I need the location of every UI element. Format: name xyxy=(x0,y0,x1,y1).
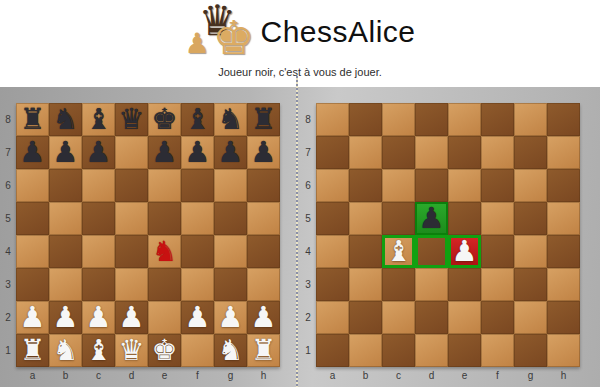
square-h4-board-b[interactable] xyxy=(547,235,580,268)
square-b7-board-a[interactable]: ♟ xyxy=(49,136,82,169)
square-h3-board-a[interactable] xyxy=(247,268,280,301)
square-c7-board-a[interactable]: ♟ xyxy=(82,136,115,169)
square-f7-board-b[interactable] xyxy=(481,136,514,169)
file-label-h: h xyxy=(547,367,580,383)
square-e4-board-b[interactable]: ♟ xyxy=(448,235,481,268)
square-a4-board-a[interactable] xyxy=(16,235,49,268)
board-a-rank-labels: 87654321 xyxy=(0,103,16,367)
square-h1-board-a[interactable]: ♜ xyxy=(247,334,280,367)
piece-black-king: ♚ xyxy=(152,103,178,136)
piece-white-pawn: ♟ xyxy=(20,301,46,334)
square-b8-board-b[interactable] xyxy=(349,103,382,136)
square-g8-board-a[interactable]: ♞ xyxy=(214,103,247,136)
piece-white-king: ♚ xyxy=(152,334,178,367)
piece-black-pawn: ♟ xyxy=(53,136,79,169)
white-pawn-logo-icon: ♟ xyxy=(184,30,209,58)
square-f7-board-a[interactable]: ♟ xyxy=(181,136,214,169)
square-c1-board-a[interactable]: ♝ xyxy=(82,334,115,367)
piece-white-pawn: ♟ xyxy=(53,301,79,334)
square-h6-board-b[interactable] xyxy=(547,169,580,202)
file-label-b: b xyxy=(349,367,382,383)
rank-label-8: 8 xyxy=(0,103,16,136)
square-d8-board-a[interactable]: ♛ xyxy=(115,103,148,136)
piece-white-knight: ♞ xyxy=(53,334,79,367)
file-label-f: f xyxy=(481,367,514,383)
piece-white-bishop: ♝ xyxy=(86,334,112,367)
square-h6-board-a[interactable] xyxy=(247,169,280,202)
red-knight-marker-icon: ♞ xyxy=(152,235,177,268)
file-label-f: f xyxy=(181,367,214,383)
square-g1-board-b[interactable] xyxy=(514,334,547,367)
piece-black-knight: ♞ xyxy=(53,103,79,136)
square-c3-board-b[interactable] xyxy=(382,268,415,301)
piece-white-pawn: ♟ xyxy=(452,235,478,268)
square-h5-board-a[interactable] xyxy=(247,202,280,235)
file-label-g: g xyxy=(514,367,547,383)
square-c7-board-b[interactable] xyxy=(382,136,415,169)
square-f8-board-b[interactable] xyxy=(481,103,514,136)
square-f6-board-b[interactable] xyxy=(481,169,514,202)
square-d2-board-b[interactable] xyxy=(415,301,448,334)
piece-black-pawn: ♟ xyxy=(185,136,211,169)
square-a1-board-b[interactable] xyxy=(316,334,349,367)
square-f1-board-b[interactable] xyxy=(481,334,514,367)
square-h2-board-b[interactable] xyxy=(547,301,580,334)
turn-status-text: Joueur noir, c'est à vous de jouer. xyxy=(0,66,600,78)
square-b2-board-a[interactable]: ♟ xyxy=(49,301,82,334)
piece-white-bishop: ♝ xyxy=(386,235,412,268)
square-e8-board-a[interactable]: ♚ xyxy=(148,103,181,136)
square-b8-board-a[interactable]: ♞ xyxy=(49,103,82,136)
square-e7-board-a[interactable]: ♟ xyxy=(148,136,181,169)
file-label-c: c xyxy=(382,367,415,383)
file-label-d: d xyxy=(415,367,448,383)
square-c5-board-b[interactable] xyxy=(382,202,415,235)
square-f2-board-a[interactable]: ♟ xyxy=(181,301,214,334)
white-king-logo-icon: ♚ xyxy=(212,14,254,61)
square-d3-board-b[interactable] xyxy=(415,268,448,301)
piece-black-pawn: ♟ xyxy=(86,136,112,169)
square-g3-board-b[interactable] xyxy=(514,268,547,301)
logo-title-row: ♟ ♛ ♚ ChessAlice xyxy=(0,0,600,62)
board-a-file-labels: abcdefgh xyxy=(16,367,280,383)
square-h1-board-b[interactable] xyxy=(547,334,580,367)
square-g1-board-a[interactable]: ♞ xyxy=(214,334,247,367)
square-a3-board-b[interactable] xyxy=(316,268,349,301)
square-h4-board-a[interactable] xyxy=(247,235,280,268)
square-h3-board-b[interactable] xyxy=(547,268,580,301)
square-g5-board-b[interactable] xyxy=(514,202,547,235)
square-e3-board-a[interactable] xyxy=(148,268,181,301)
square-d4-board-a[interactable] xyxy=(115,235,148,268)
square-b4-board-b[interactable] xyxy=(349,235,382,268)
square-b3-board-a[interactable] xyxy=(49,268,82,301)
square-a2-board-a[interactable]: ♟ xyxy=(16,301,49,334)
square-e1-board-b[interactable] xyxy=(448,334,481,367)
boards-area: 87654321 ♜♞♝♛♚♝♞♜♟♟♟♟♟♟♟♞♟♟♟♟♟♟♟♜♞♝♛♚♞♜ … xyxy=(0,87,600,387)
square-g6-board-b[interactable] xyxy=(514,169,547,202)
square-c2-board-b[interactable] xyxy=(382,301,415,334)
piece-black-rook: ♜ xyxy=(20,103,46,136)
square-g7-board-b[interactable] xyxy=(514,136,547,169)
square-d3-board-a[interactable] xyxy=(115,268,148,301)
square-e2-board-a[interactable] xyxy=(148,301,181,334)
square-f5-board-b[interactable] xyxy=(481,202,514,235)
square-d7-board-a[interactable] xyxy=(115,136,148,169)
square-e8-board-b[interactable] xyxy=(448,103,481,136)
square-b3-board-b[interactable] xyxy=(349,268,382,301)
board-b: 87654321 ♟♝♟ abcdefgh xyxy=(300,103,580,383)
square-a2-board-b[interactable] xyxy=(316,301,349,334)
square-b6-board-a[interactable] xyxy=(49,169,82,202)
rank-label-3: 3 xyxy=(300,268,316,301)
square-g8-board-b[interactable] xyxy=(514,103,547,136)
square-c6-board-a[interactable] xyxy=(82,169,115,202)
square-g4-board-a[interactable] xyxy=(214,235,247,268)
piece-black-pawn: ♟ xyxy=(218,136,244,169)
square-h8-board-a[interactable]: ♜ xyxy=(247,103,280,136)
square-f5-board-a[interactable] xyxy=(181,202,214,235)
square-f6-board-a[interactable] xyxy=(181,169,214,202)
square-h7-board-a[interactable]: ♟ xyxy=(247,136,280,169)
rank-label-6: 6 xyxy=(0,169,16,202)
board-a-grid: ♜♞♝♛♚♝♞♜♟♟♟♟♟♟♟♞♟♟♟♟♟♟♟♜♞♝♛♚♞♜ xyxy=(16,103,280,367)
file-label-b: b xyxy=(49,367,82,383)
square-e6-board-b[interactable] xyxy=(448,169,481,202)
piece-white-queen: ♛ xyxy=(119,334,145,367)
square-b6-board-b[interactable] xyxy=(349,169,382,202)
square-f2-board-b[interactable] xyxy=(481,301,514,334)
square-a4-board-b[interactable] xyxy=(316,235,349,268)
square-h5-board-b[interactable] xyxy=(547,202,580,235)
square-e5-board-b[interactable] xyxy=(448,202,481,235)
file-label-c: c xyxy=(82,367,115,383)
square-a3-board-a[interactable] xyxy=(16,268,49,301)
piece-black-pawn: ♟ xyxy=(251,136,277,169)
board-b-file-labels: abcdefgh xyxy=(316,367,580,383)
file-label-h: h xyxy=(247,367,280,383)
square-f1-board-a[interactable] xyxy=(181,334,214,367)
piece-white-pawn: ♟ xyxy=(119,301,145,334)
square-a1-board-a[interactable]: ♜ xyxy=(16,334,49,367)
app-title: ChessAlice xyxy=(260,15,415,49)
square-h7-board-b[interactable] xyxy=(547,136,580,169)
square-c8-board-a[interactable]: ♝ xyxy=(82,103,115,136)
square-g2-board-a[interactable]: ♟ xyxy=(214,301,247,334)
square-c4-board-b[interactable]: ♝ xyxy=(382,235,415,268)
square-a6-board-a[interactable] xyxy=(16,169,49,202)
square-b5-board-b[interactable] xyxy=(349,202,382,235)
file-label-g: g xyxy=(214,367,247,383)
piece-black-bishop: ♝ xyxy=(86,103,112,136)
piece-white-rook: ♜ xyxy=(251,334,277,367)
square-c4-board-a[interactable] xyxy=(82,235,115,268)
square-f4-board-b[interactable] xyxy=(481,235,514,268)
square-d2-board-a[interactable]: ♟ xyxy=(115,301,148,334)
square-b5-board-a[interactable] xyxy=(49,202,82,235)
square-c2-board-a[interactable]: ♟ xyxy=(82,301,115,334)
square-e6-board-a[interactable] xyxy=(148,169,181,202)
square-c3-board-a[interactable] xyxy=(82,268,115,301)
rank-label-7: 7 xyxy=(300,136,316,169)
piece-white-pawn: ♟ xyxy=(86,301,112,334)
square-b2-board-b[interactable] xyxy=(349,301,382,334)
piece-black-pawn: ♟ xyxy=(419,202,445,235)
square-b7-board-b[interactable] xyxy=(349,136,382,169)
square-b1-board-a[interactable]: ♞ xyxy=(49,334,82,367)
square-a8-board-a[interactable]: ♜ xyxy=(16,103,49,136)
file-label-a: a xyxy=(316,367,349,383)
square-e3-board-b[interactable] xyxy=(448,268,481,301)
square-g5-board-a[interactable] xyxy=(214,202,247,235)
square-g4-board-b[interactable] xyxy=(514,235,547,268)
rank-label-5: 5 xyxy=(0,202,16,235)
chess-pieces-logo: ♟ ♛ ♚ xyxy=(184,3,250,61)
square-g7-board-a[interactable]: ♟ xyxy=(214,136,247,169)
file-label-a: a xyxy=(16,367,49,383)
square-e7-board-b[interactable] xyxy=(448,136,481,169)
square-h2-board-a[interactable]: ♟ xyxy=(247,301,280,334)
square-g2-board-b[interactable] xyxy=(514,301,547,334)
piece-black-rook: ♜ xyxy=(251,103,277,136)
rank-label-3: 3 xyxy=(0,268,16,301)
piece-white-pawn: ♟ xyxy=(218,301,244,334)
square-d6-board-a[interactable] xyxy=(115,169,148,202)
board-a: 87654321 ♜♞♝♛♚♝♞♜♟♟♟♟♟♟♟♞♟♟♟♟♟♟♟♜♞♝♛♚♞♜ … xyxy=(0,103,280,383)
rank-label-7: 7 xyxy=(0,136,16,169)
board-b-grid: ♟♝♟ xyxy=(316,103,580,367)
square-e1-board-a[interactable]: ♚ xyxy=(148,334,181,367)
file-label-e: e xyxy=(448,367,481,383)
rank-label-2: 2 xyxy=(0,301,16,334)
rank-label-8: 8 xyxy=(300,103,316,136)
square-c5-board-a[interactable] xyxy=(82,202,115,235)
piece-black-bishop: ♝ xyxy=(185,103,211,136)
square-a6-board-b[interactable] xyxy=(316,169,349,202)
square-b4-board-a[interactable] xyxy=(49,235,82,268)
square-a5-board-a[interactable] xyxy=(16,202,49,235)
square-f3-board-a[interactable] xyxy=(181,268,214,301)
rank-label-2: 2 xyxy=(300,301,316,334)
square-c6-board-b[interactable] xyxy=(382,169,415,202)
square-d1-board-a[interactable]: ♛ xyxy=(115,334,148,367)
rank-label-6: 6 xyxy=(300,169,316,202)
file-label-d: d xyxy=(115,367,148,383)
piece-black-pawn: ♟ xyxy=(152,136,178,169)
piece-black-queen: ♛ xyxy=(119,103,145,136)
rank-label-5: 5 xyxy=(300,202,316,235)
square-d6-board-b[interactable] xyxy=(415,169,448,202)
chessalice-app: ♟ ♛ ♚ ChessAlice Joueur noir, c'est à vo… xyxy=(0,0,600,387)
rank-label-1: 1 xyxy=(0,334,16,367)
square-d1-board-b[interactable] xyxy=(415,334,448,367)
piece-black-pawn: ♟ xyxy=(20,136,46,169)
square-d4-board-b[interactable] xyxy=(415,235,448,268)
square-e4-board-a[interactable]: ♞ xyxy=(148,235,181,268)
board-separator xyxy=(296,76,298,387)
piece-black-knight: ♞ xyxy=(218,103,244,136)
piece-white-rook: ♜ xyxy=(20,334,46,367)
piece-white-knight: ♞ xyxy=(218,334,244,367)
piece-white-pawn: ♟ xyxy=(185,301,211,334)
square-c1-board-b[interactable] xyxy=(382,334,415,367)
square-c8-board-b[interactable] xyxy=(382,103,415,136)
square-h8-board-b[interactable] xyxy=(547,103,580,136)
board-b-rank-labels: 87654321 xyxy=(300,103,316,367)
square-a8-board-b[interactable] xyxy=(316,103,349,136)
square-g3-board-a[interactable] xyxy=(214,268,247,301)
piece-white-pawn: ♟ xyxy=(251,301,277,334)
square-g6-board-a[interactable] xyxy=(214,169,247,202)
square-d8-board-b[interactable] xyxy=(415,103,448,136)
square-e2-board-b[interactable] xyxy=(448,301,481,334)
rank-label-4: 4 xyxy=(300,235,316,268)
square-a7-board-b[interactable] xyxy=(316,136,349,169)
square-a5-board-b[interactable] xyxy=(316,202,349,235)
rank-label-1: 1 xyxy=(300,334,316,367)
square-b1-board-b[interactable] xyxy=(349,334,382,367)
file-label-e: e xyxy=(148,367,181,383)
square-f3-board-b[interactable] xyxy=(481,268,514,301)
rank-label-4: 4 xyxy=(0,235,16,268)
header: ♟ ♛ ♚ ChessAlice Joueur noir, c'est à vo… xyxy=(0,0,600,87)
square-d5-board-a[interactable] xyxy=(115,202,148,235)
square-f4-board-a[interactable] xyxy=(181,235,214,268)
square-a7-board-a[interactable]: ♟ xyxy=(16,136,49,169)
square-e5-board-a[interactable] xyxy=(148,202,181,235)
square-d5-board-b[interactable]: ♟ xyxy=(415,202,448,235)
square-d7-board-b[interactable] xyxy=(415,136,448,169)
square-f8-board-a[interactable]: ♝ xyxy=(181,103,214,136)
